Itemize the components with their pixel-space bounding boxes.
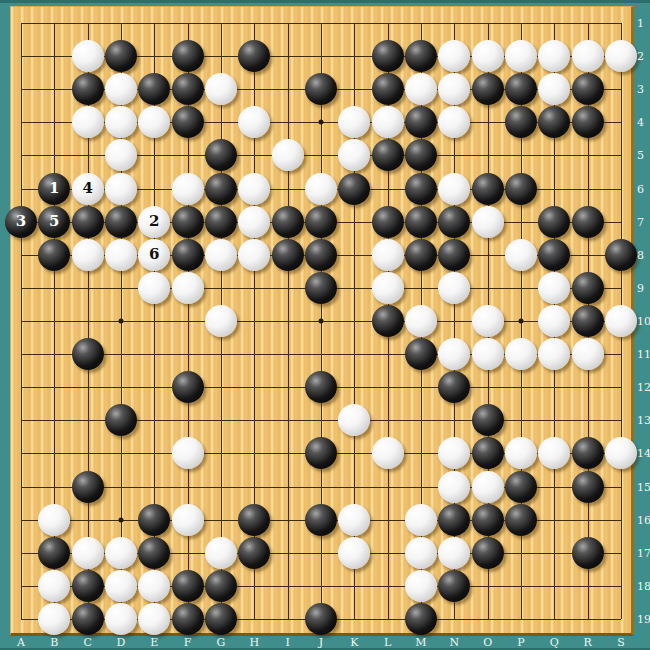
black-stone[interactable] (38, 239, 70, 271)
white-stone[interactable] (372, 272, 404, 304)
column-label: R (584, 636, 592, 649)
white-stone[interactable] (205, 537, 237, 569)
white-stone[interactable] (238, 206, 270, 238)
column-label: C (83, 636, 91, 649)
row-label: 8 (637, 248, 644, 261)
white-stone[interactable] (438, 73, 470, 105)
column-label: Q (550, 636, 559, 649)
white-stone[interactable] (238, 106, 270, 138)
black-stone[interactable] (572, 537, 604, 569)
white-stone[interactable] (338, 537, 370, 569)
move-number-label: 6 (138, 239, 170, 271)
black-stone[interactable] (438, 206, 470, 238)
column-label: M (415, 636, 426, 649)
row-label: 3 (637, 83, 644, 96)
black-stone[interactable] (272, 239, 304, 271)
black-stone[interactable] (305, 437, 337, 469)
white-stone[interactable] (605, 40, 637, 72)
white-stone[interactable] (338, 404, 370, 436)
black-stone[interactable] (305, 371, 337, 403)
column-label: E (150, 636, 158, 649)
black-stone[interactable] (238, 40, 270, 72)
black-stone[interactable] (372, 40, 404, 72)
white-stone[interactable] (38, 570, 70, 602)
grid-line (288, 23, 289, 619)
black-stone[interactable] (538, 239, 570, 271)
row-label: 15 (637, 480, 650, 493)
black-stone[interactable] (505, 73, 537, 105)
column-label: J (319, 636, 323, 649)
white-stone[interactable] (472, 206, 504, 238)
row-label: 18 (637, 579, 650, 592)
black-stone[interactable] (305, 272, 337, 304)
white-stone[interactable] (72, 537, 104, 569)
black-stone[interactable] (572, 206, 604, 238)
black-stone[interactable] (438, 570, 470, 602)
white-stone[interactable] (172, 272, 204, 304)
column-label: G (217, 636, 226, 649)
white-stone[interactable] (438, 272, 470, 304)
go-board[interactable]: 143526 (10, 6, 634, 636)
black-stone[interactable] (472, 504, 504, 536)
white-stone[interactable] (505, 239, 537, 271)
white-stone[interactable] (105, 570, 137, 602)
column-label: L (384, 636, 391, 649)
column-label: P (517, 636, 524, 649)
black-stone[interactable] (338, 173, 370, 205)
white-stone[interactable] (72, 106, 104, 138)
black-stone[interactable] (138, 537, 170, 569)
white-stone[interactable] (105, 603, 137, 635)
white-stone[interactable] (472, 338, 504, 370)
black-stone[interactable] (305, 603, 337, 635)
row-label: 12 (637, 381, 650, 394)
white-stone[interactable] (105, 139, 137, 171)
row-label: 6 (637, 182, 644, 195)
black-stone[interactable] (472, 437, 504, 469)
go-board-frame: 143526 ABCDEFGHIJKLMNOPQRS 1234567891011… (0, 0, 650, 650)
white-stone[interactable] (538, 305, 570, 337)
black-stone[interactable] (405, 603, 437, 635)
black-stone[interactable] (372, 139, 404, 171)
black-stone[interactable] (438, 371, 470, 403)
white-stone[interactable] (505, 40, 537, 72)
black-stone[interactable] (505, 471, 537, 503)
white-stone[interactable] (38, 504, 70, 536)
white-stone[interactable] (338, 106, 370, 138)
white-stone[interactable] (338, 504, 370, 536)
white-stone[interactable]: 4 (72, 173, 104, 205)
white-stone[interactable] (405, 305, 437, 337)
star-point (118, 318, 123, 323)
black-stone[interactable] (72, 338, 104, 370)
black-stone[interactable] (472, 73, 504, 105)
black-stone[interactable] (305, 239, 337, 271)
black-stone[interactable] (72, 570, 104, 602)
white-stone[interactable] (72, 239, 104, 271)
column-label: O (483, 636, 492, 649)
black-stone[interactable] (572, 437, 604, 469)
black-stone[interactable] (572, 73, 604, 105)
black-stone[interactable] (305, 206, 337, 238)
star-point (318, 120, 323, 125)
row-label: 14 (637, 447, 650, 460)
black-stone[interactable] (572, 305, 604, 337)
black-stone[interactable] (405, 239, 437, 271)
black-stone[interactable] (272, 206, 304, 238)
white-stone[interactable] (105, 106, 137, 138)
black-stone[interactable] (538, 106, 570, 138)
black-stone[interactable] (205, 206, 237, 238)
white-stone[interactable] (172, 173, 204, 205)
white-stone[interactable] (438, 471, 470, 503)
move-number-label: 2 (138, 206, 170, 238)
star-point (518, 318, 523, 323)
white-stone[interactable] (438, 537, 470, 569)
column-label: B (50, 636, 58, 649)
black-stone[interactable]: 5 (38, 206, 70, 238)
black-stone[interactable] (472, 173, 504, 205)
black-stone[interactable] (305, 504, 337, 536)
white-stone[interactable] (405, 73, 437, 105)
black-stone[interactable] (72, 206, 104, 238)
white-stone[interactable] (572, 40, 604, 72)
black-stone[interactable] (38, 537, 70, 569)
black-stone[interactable] (505, 504, 537, 536)
white-stone[interactable] (238, 239, 270, 271)
column-label: H (250, 636, 260, 649)
white-stone[interactable]: 6 (138, 239, 170, 271)
black-stone[interactable] (438, 239, 470, 271)
white-stone[interactable] (238, 173, 270, 205)
black-stone[interactable] (172, 106, 204, 138)
white-stone[interactable] (605, 437, 637, 469)
grid-line (21, 23, 22, 619)
black-stone[interactable]: 1 (38, 173, 70, 205)
black-stone[interactable] (205, 173, 237, 205)
black-stone[interactable] (505, 106, 537, 138)
column-label: K (350, 636, 358, 649)
black-stone[interactable] (72, 603, 104, 635)
move-number-label: 4 (72, 173, 104, 205)
white-stone[interactable] (538, 437, 570, 469)
white-stone[interactable] (372, 106, 404, 138)
black-stone[interactable] (205, 570, 237, 602)
white-stone[interactable] (405, 570, 437, 602)
row-label: 7 (637, 215, 644, 228)
white-stone[interactable] (38, 603, 70, 635)
column-label: A (17, 636, 25, 649)
column-label: I (285, 636, 289, 649)
white-stone[interactable] (438, 338, 470, 370)
white-stone[interactable] (105, 73, 137, 105)
star-point (118, 517, 123, 522)
white-stone[interactable]: 2 (138, 206, 170, 238)
white-stone[interactable] (305, 173, 337, 205)
black-stone[interactable] (138, 504, 170, 536)
black-stone[interactable] (138, 73, 170, 105)
black-stone[interactable] (438, 504, 470, 536)
black-stone[interactable] (405, 206, 437, 238)
black-stone[interactable] (572, 272, 604, 304)
row-label: 17 (637, 546, 650, 559)
black-stone[interactable] (372, 206, 404, 238)
row-label: 19 (637, 612, 650, 625)
row-label: 1 (637, 17, 644, 30)
black-stone[interactable] (405, 338, 437, 370)
white-stone[interactable] (538, 73, 570, 105)
column-label: D (117, 636, 126, 649)
row-label: 4 (637, 116, 644, 129)
white-stone[interactable] (138, 106, 170, 138)
row-label: 16 (637, 513, 650, 526)
white-stone[interactable] (338, 139, 370, 171)
black-stone[interactable] (105, 40, 137, 72)
black-stone[interactable] (405, 139, 437, 171)
black-stone[interactable]: 3 (5, 206, 37, 238)
black-stone[interactable] (172, 239, 204, 271)
row-label: 13 (637, 414, 650, 427)
row-label: 5 (637, 149, 644, 162)
black-stone[interactable] (405, 106, 437, 138)
move-number-label: 3 (5, 206, 37, 238)
row-label: 2 (637, 50, 644, 63)
black-stone[interactable] (105, 206, 137, 238)
white-stone[interactable] (138, 570, 170, 602)
white-stone[interactable] (472, 40, 504, 72)
white-stone[interactable] (505, 338, 537, 370)
black-stone[interactable] (472, 404, 504, 436)
black-stone[interactable] (238, 537, 270, 569)
white-stone[interactable] (105, 537, 137, 569)
white-stone[interactable] (472, 471, 504, 503)
white-stone[interactable] (438, 437, 470, 469)
black-stone[interactable] (472, 537, 504, 569)
black-stone[interactable] (172, 40, 204, 72)
white-stone[interactable] (538, 40, 570, 72)
white-stone[interactable] (538, 272, 570, 304)
black-stone[interactable] (238, 504, 270, 536)
black-stone[interactable] (572, 106, 604, 138)
white-stone[interactable] (105, 173, 137, 205)
row-label: 10 (637, 314, 650, 327)
white-stone[interactable] (538, 338, 570, 370)
white-stone[interactable] (438, 106, 470, 138)
black-stone[interactable] (72, 471, 104, 503)
white-stone[interactable] (205, 305, 237, 337)
row-label: 9 (637, 281, 644, 294)
white-stone[interactable] (405, 504, 437, 536)
column-label: S (617, 636, 625, 649)
black-stone[interactable] (505, 173, 537, 205)
white-stone[interactable] (405, 537, 437, 569)
white-stone[interactable] (138, 272, 170, 304)
white-stone[interactable] (572, 338, 604, 370)
black-stone[interactable] (605, 239, 637, 271)
white-stone[interactable] (205, 73, 237, 105)
white-stone[interactable] (272, 139, 304, 171)
white-stone[interactable] (472, 305, 504, 337)
black-stone[interactable] (405, 40, 437, 72)
black-stone[interactable] (538, 206, 570, 238)
row-label: 11 (637, 348, 650, 361)
white-stone[interactable] (605, 305, 637, 337)
white-stone[interactable] (72, 40, 104, 72)
black-stone[interactable] (205, 603, 237, 635)
black-stone[interactable] (172, 371, 204, 403)
star-point (318, 318, 323, 323)
black-stone[interactable] (172, 206, 204, 238)
white-stone[interactable] (172, 437, 204, 469)
black-stone[interactable] (172, 570, 204, 602)
white-stone[interactable] (105, 239, 137, 271)
black-stone[interactable] (372, 73, 404, 105)
black-stone[interactable] (105, 404, 137, 436)
white-stone[interactable] (438, 173, 470, 205)
column-label: F (184, 636, 192, 649)
black-stone[interactable] (172, 73, 204, 105)
move-number-label: 5 (38, 206, 70, 238)
black-stone[interactable] (305, 73, 337, 105)
black-stone[interactable] (172, 603, 204, 635)
black-stone[interactable] (572, 471, 604, 503)
white-stone[interactable] (205, 239, 237, 271)
black-stone[interactable] (372, 305, 404, 337)
black-stone[interactable] (72, 73, 104, 105)
column-label: N (450, 636, 460, 649)
white-stone[interactable] (438, 40, 470, 72)
move-number-label: 1 (38, 173, 70, 205)
black-stone[interactable] (205, 139, 237, 171)
white-stone[interactable] (172, 504, 204, 536)
white-stone[interactable] (505, 437, 537, 469)
white-stone[interactable] (138, 603, 170, 635)
black-stone[interactable] (405, 173, 437, 205)
white-stone[interactable] (372, 239, 404, 271)
white-stone[interactable] (372, 437, 404, 469)
